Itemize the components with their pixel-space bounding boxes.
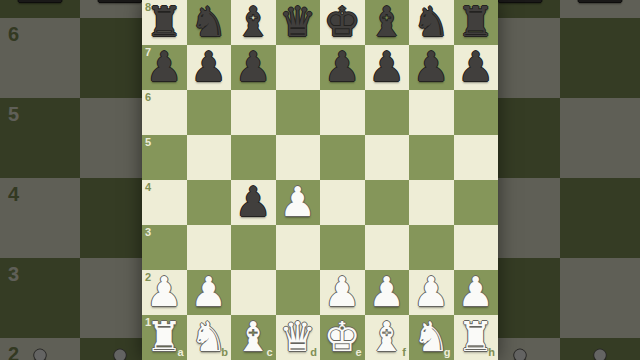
rank-label-3: 3 — [145, 227, 151, 238]
square-a5[interactable]: 5 — [142, 135, 187, 180]
black-knight-icon[interactable]: ♞ — [190, 2, 227, 43]
square-g7[interactable]: ♟ — [409, 45, 454, 90]
square-e6[interactable] — [320, 90, 365, 135]
square-h7[interactable]: ♟ — [454, 45, 499, 90]
square-c6[interactable] — [231, 90, 276, 135]
square-b1[interactable]: ♞b — [187, 315, 232, 360]
black-pawn-icon[interactable]: ♟ — [457, 47, 494, 88]
white-pawn-icon[interactable]: ♟ — [190, 272, 227, 313]
square-g3[interactable] — [409, 225, 454, 270]
square-h2[interactable]: ♟ — [454, 270, 499, 315]
rank-label-4: 4 — [145, 182, 151, 193]
square-c3[interactable] — [231, 225, 276, 270]
black-pawn-icon[interactable]: ♟ — [324, 47, 361, 88]
file-label-a: a — [177, 347, 183, 358]
square-a4[interactable]: 4 — [142, 180, 187, 225]
square-f7[interactable]: ♟ — [365, 45, 410, 90]
square-d4[interactable]: ♟ — [276, 180, 321, 225]
file-label-b: b — [221, 347, 228, 358]
video-frame: ♟7♟♟♟♟♟♟654♟♟3♟2♟♟♟♟♟ ♜8♞♝♛♚♝♞♜♟7♟♟♟♟♟♟6… — [0, 0, 640, 360]
file-label-g: g — [444, 347, 451, 358]
square-f8[interactable]: ♝ — [365, 0, 410, 45]
black-knight-icon[interactable]: ♞ — [413, 2, 450, 43]
square-g4[interactable] — [409, 180, 454, 225]
file-label-c: c — [266, 347, 272, 358]
rank-label-8: 8 — [145, 2, 151, 13]
black-rook-icon[interactable]: ♜ — [146, 2, 183, 43]
square-d5[interactable] — [276, 135, 321, 180]
rank-label-1: 1 — [145, 317, 151, 328]
square-g5[interactable] — [409, 135, 454, 180]
white-bishop-icon[interactable]: ♝ — [368, 317, 405, 358]
square-e3[interactable] — [320, 225, 365, 270]
file-label-h: h — [488, 347, 495, 358]
square-d7[interactable] — [276, 45, 321, 90]
chess-board[interactable]: ♜8♞♝♛♚♝♞♜♟7♟♟♟♟♟♟654♟♟3♟2♟♟♟♟♟♜1a♞b♝c♛d♚… — [142, 0, 498, 360]
square-h3[interactable] — [454, 225, 499, 270]
square-c1[interactable]: ♝c — [231, 315, 276, 360]
square-g8[interactable]: ♞ — [409, 0, 454, 45]
square-b8[interactable]: ♞ — [187, 0, 232, 45]
white-pawn-icon[interactable]: ♟ — [146, 272, 183, 313]
square-a7[interactable]: ♟7 — [142, 45, 187, 90]
square-e8[interactable]: ♚ — [320, 0, 365, 45]
square-b4[interactable] — [187, 180, 232, 225]
square-g2[interactable]: ♟ — [409, 270, 454, 315]
square-h1[interactable]: ♜h — [454, 315, 499, 360]
black-queen-icon[interactable]: ♛ — [279, 2, 316, 43]
square-f1[interactable]: ♝f — [365, 315, 410, 360]
square-e7[interactable]: ♟ — [320, 45, 365, 90]
square-a3[interactable]: 3 — [142, 225, 187, 270]
square-b7[interactable]: ♟ — [187, 45, 232, 90]
white-pawn-icon[interactable]: ♟ — [324, 272, 361, 313]
square-h5[interactable] — [454, 135, 499, 180]
black-pawn-icon[interactable]: ♟ — [235, 47, 272, 88]
square-h8[interactable]: ♜ — [454, 0, 499, 45]
square-f4[interactable] — [365, 180, 410, 225]
square-h4[interactable] — [454, 180, 499, 225]
square-f6[interactable] — [365, 90, 410, 135]
square-f2[interactable]: ♟ — [365, 270, 410, 315]
square-a8[interactable]: ♜8 — [142, 0, 187, 45]
black-pawn-icon[interactable]: ♟ — [368, 47, 405, 88]
white-pawn-icon[interactable]: ♟ — [279, 182, 316, 223]
white-pawn-icon[interactable]: ♟ — [413, 272, 450, 313]
square-d6[interactable] — [276, 90, 321, 135]
square-b5[interactable] — [187, 135, 232, 180]
black-bishop-icon[interactable]: ♝ — [235, 2, 272, 43]
square-c8[interactable]: ♝ — [231, 0, 276, 45]
square-e4[interactable] — [320, 180, 365, 225]
square-f5[interactable] — [365, 135, 410, 180]
square-h6[interactable] — [454, 90, 499, 135]
black-bishop-icon[interactable]: ♝ — [368, 2, 405, 43]
square-b2[interactable]: ♟ — [187, 270, 232, 315]
file-label-e: e — [355, 347, 361, 358]
square-d8[interactable]: ♛ — [276, 0, 321, 45]
square-e1[interactable]: ♚e — [320, 315, 365, 360]
rank-label-6: 6 — [145, 92, 151, 103]
square-g1[interactable]: ♞g — [409, 315, 454, 360]
square-c5[interactable] — [231, 135, 276, 180]
square-b3[interactable] — [187, 225, 232, 270]
square-a2[interactable]: ♟2 — [142, 270, 187, 315]
black-rook-icon[interactable]: ♜ — [457, 2, 494, 43]
square-a6[interactable]: 6 — [142, 90, 187, 135]
square-g6[interactable] — [409, 90, 454, 135]
square-c7[interactable]: ♟ — [231, 45, 276, 90]
square-a1[interactable]: ♜1a — [142, 315, 187, 360]
rank-label-2: 2 — [145, 272, 151, 283]
black-king-icon[interactable]: ♚ — [324, 2, 361, 43]
rank-label-7: 7 — [145, 47, 151, 58]
square-f3[interactable] — [365, 225, 410, 270]
square-d1[interactable]: ♛d — [276, 315, 321, 360]
black-pawn-icon[interactable]: ♟ — [235, 182, 272, 223]
square-d3[interactable] — [276, 225, 321, 270]
rank-label-5: 5 — [145, 137, 151, 148]
white-pawn-icon[interactable]: ♟ — [457, 272, 494, 313]
black-pawn-icon[interactable]: ♟ — [413, 47, 450, 88]
black-pawn-icon[interactable]: ♟ — [146, 47, 183, 88]
file-label-f: f — [402, 347, 406, 358]
square-e2[interactable]: ♟ — [320, 270, 365, 315]
file-label-d: d — [310, 347, 317, 358]
square-c2[interactable] — [231, 270, 276, 315]
black-pawn-icon[interactable]: ♟ — [190, 47, 227, 88]
square-c4[interactable]: ♟ — [231, 180, 276, 225]
square-d2[interactable] — [276, 270, 321, 315]
square-e5[interactable] — [320, 135, 365, 180]
white-pawn-icon[interactable]: ♟ — [368, 272, 405, 313]
square-b6[interactable] — [187, 90, 232, 135]
